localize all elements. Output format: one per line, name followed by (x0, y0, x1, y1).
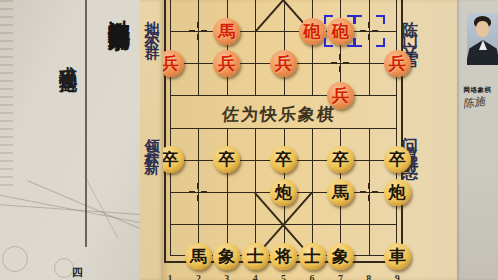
motto-left-bottom: 领异标新 (143, 126, 161, 246)
piece-red-兵[interactable]: 兵 (384, 50, 411, 77)
piece-black-象[interactable]: 象 (327, 243, 354, 270)
sketch-glyph: 四 (72, 265, 83, 280)
piece-red-砲[interactable]: 砲 (299, 18, 326, 45)
piece-black-馬[interactable]: 馬 (185, 243, 212, 270)
river-watermark: 佐为快乐象棋 (212, 103, 346, 126)
piece-black-将[interactable]: 将 (270, 243, 297, 270)
piece-black-卒[interactable]: 卒 (384, 146, 411, 173)
file-label: 5 (278, 273, 290, 280)
board-grid: 馬砲砲兵兵兵兵兵卒卒卒卒卒炮馬炮馬象士将士象車123456789 (170, 0, 397, 256)
left-motto-strip: 拙尔不群 领异标新 (140, 0, 163, 280)
presenter-signature: 陈施 (462, 94, 486, 112)
piece-black-卒[interactable]: 卒 (327, 146, 354, 173)
piece-black-馬[interactable]: 馬 (327, 179, 354, 206)
file-label: 1 (164, 273, 176, 280)
board-cell[interactable] (227, 192, 255, 224)
piece-black-象[interactable]: 象 (213, 243, 240, 270)
piece-black-士[interactable]: 士 (299, 243, 326, 270)
file-label: 3 (221, 273, 233, 280)
piece-black-炮[interactable]: 炮 (384, 179, 411, 206)
episode-subtitle: 求稳过宫炮 (55, 51, 80, 171)
photo-face (476, 21, 489, 37)
piece-black-車[interactable]: 車 (384, 243, 411, 270)
left-art-panel: 过宫炮和士角炮的后手开局 求稳过宫炮 四 (0, 0, 140, 280)
motto-left-top: 拙尔不群 (143, 9, 161, 129)
piece-red-兵[interactable]: 兵 (213, 50, 240, 77)
file-label: 6 (306, 273, 318, 280)
piece-black-士[interactable]: 士 (242, 243, 269, 270)
file-label: 4 (249, 273, 261, 280)
last-move-marker (324, 15, 356, 47)
episode-title: 过宫炮和士角炮的后手开局 (103, 2, 135, 280)
board-cell[interactable] (170, 192, 198, 224)
piece-black-炮[interactable]: 炮 (270, 179, 297, 206)
board-cell[interactable] (170, 0, 198, 31)
video-frame: 过宫炮和士角炮的后手开局 求稳过宫炮 四 拙尔不群 领异标新 馬砲砲兵兵兵兵兵卒… (0, 0, 498, 280)
board-cell[interactable] (170, 95, 198, 127)
piece-red-兵[interactable]: 兵 (163, 50, 184, 77)
sketch-wheel (54, 258, 74, 278)
presenter-photo (467, 13, 498, 65)
file-label: 8 (363, 273, 375, 280)
sketch-wheel (2, 246, 28, 272)
xiangqi-board[interactable]: 馬砲砲兵兵兵兵兵卒卒卒卒卒炮馬炮馬象士将士象車123456789 佐为快乐象棋 … (163, 0, 457, 280)
last-move-marker (353, 15, 385, 47)
vertical-divider (85, 0, 87, 247)
sketch-spine-decoration (0, 0, 13, 190)
file-label: 9 (391, 273, 403, 280)
file-label: 2 (192, 273, 204, 280)
board-cell[interactable] (198, 192, 226, 224)
piece-red-馬[interactable]: 馬 (213, 18, 240, 45)
board-cell[interactable] (369, 95, 397, 127)
piece-red-兵[interactable]: 兵 (270, 50, 297, 77)
right-info-panel: 网络象棋 陈施 (457, 0, 498, 280)
file-label: 7 (334, 273, 346, 280)
